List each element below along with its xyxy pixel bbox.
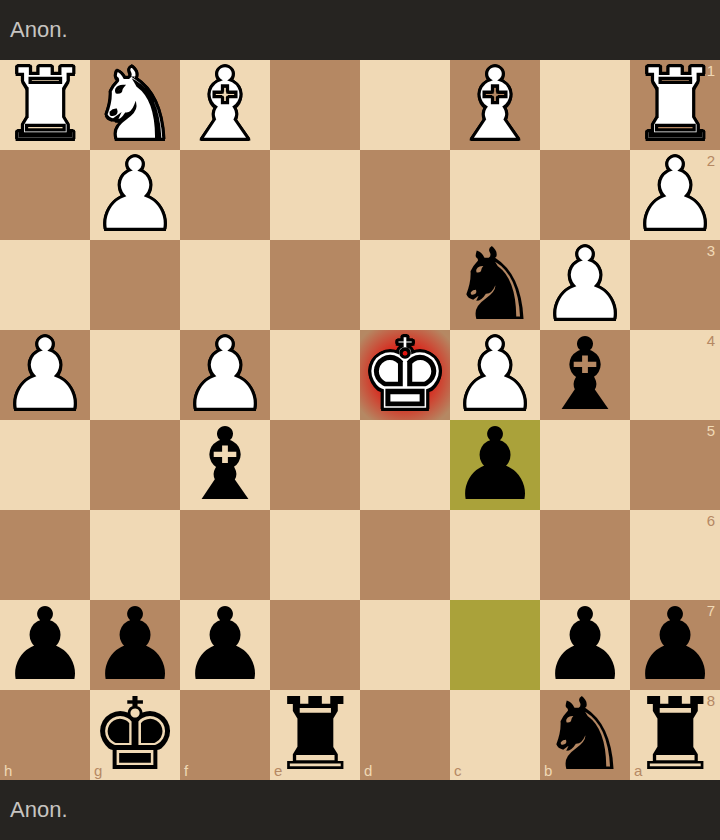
square-e6[interactable] [270,510,360,600]
file-label-e: e [274,763,282,778]
black-pawn[interactable]: ♟ [0,600,90,690]
square-b1[interactable] [540,60,630,150]
rank-label-3: 3 [707,243,715,258]
rank-label-2: 2 [707,153,715,168]
square-a3[interactable]: 3 [630,240,720,330]
square-h1[interactable]: ♜ [0,60,90,150]
file-label-f: f [184,763,188,778]
file-label-g: g [94,763,102,778]
square-h5[interactable] [0,420,90,510]
square-g8[interactable]: ♚g [90,690,180,780]
square-c8[interactable]: c [450,690,540,780]
file-label-h: h [4,763,12,778]
square-f8[interactable]: f [180,690,270,780]
rank-label-8: 8 [707,693,715,708]
black-bishop[interactable]: ♝ [180,420,270,510]
square-b4[interactable]: ♝ [540,330,630,420]
square-g5[interactable] [90,420,180,510]
square-a2[interactable]: ♟2 [630,150,720,240]
square-f1[interactable]: ♝ [180,60,270,150]
square-e1[interactable] [270,60,360,150]
file-label-d: d [364,763,372,778]
square-g3[interactable] [90,240,180,330]
rank-label-5: 5 [707,423,715,438]
white-bishop[interactable]: ♝ [180,60,270,150]
black-knight[interactable]: ♞ [540,690,630,780]
black-pawn[interactable]: ♟ [450,420,540,510]
rank-label-6: 6 [707,513,715,528]
square-a5[interactable]: 5 [630,420,720,510]
square-c1[interactable]: ♝ [450,60,540,150]
square-e5[interactable] [270,420,360,510]
black-bishop[interactable]: ♝ [540,330,630,420]
square-d1[interactable] [360,60,450,150]
white-rook[interactable]: ♜ [0,60,90,150]
square-d7[interactable] [360,600,450,690]
black-rook[interactable]: ♜ [270,690,360,780]
file-label-a: a [634,763,642,778]
file-label-b: b [544,763,552,778]
square-a4[interactable]: 4 [630,330,720,420]
square-g2[interactable]: ♟ [90,150,180,240]
square-c5[interactable]: ♟ [450,420,540,510]
square-d5[interactable] [360,420,450,510]
square-e3[interactable] [270,240,360,330]
square-f7[interactable]: ♟ [180,600,270,690]
square-b5[interactable] [540,420,630,510]
white-bishop[interactable]: ♝ [450,60,540,150]
rank-label-4: 4 [707,333,715,348]
square-e4[interactable] [270,330,360,420]
square-d8[interactable]: d [360,690,450,780]
square-c7[interactable] [450,600,540,690]
square-e8[interactable]: ♜e [270,690,360,780]
square-d6[interactable] [360,510,450,600]
square-a8[interactable]: ♜8a [630,690,720,780]
white-pawn[interactable]: ♟ [0,330,90,420]
file-label-c: c [454,763,462,778]
square-f5[interactable]: ♝ [180,420,270,510]
square-h8[interactable]: h [0,690,90,780]
rank-label-1: 1 [707,63,715,78]
square-e2[interactable] [270,150,360,240]
top-player-name: Anon. [10,19,68,41]
white-pawn[interactable]: ♟ [90,150,180,240]
square-h4[interactable]: ♟ [0,330,90,420]
square-h7[interactable]: ♟ [0,600,90,690]
square-f2[interactable] [180,150,270,240]
square-h2[interactable] [0,150,90,240]
bottom-player-name: Anon. [10,799,68,821]
chess-board: ♜♞♝♝♜1♟♟2♞♟3♟♟♚♟♝4♝♟56♟♟♟♟♟7h♚gf♜edc♞b♜8… [0,60,720,780]
white-king[interactable]: ♚ [360,330,450,420]
rank-label-7: 7 [707,603,715,618]
square-b8[interactable]: ♞b [540,690,630,780]
square-c6[interactable] [450,510,540,600]
square-g4[interactable] [90,330,180,420]
black-king[interactable]: ♚ [90,690,180,780]
square-d4[interactable]: ♚ [360,330,450,420]
black-pawn[interactable]: ♟ [180,600,270,690]
square-d2[interactable] [360,150,450,240]
